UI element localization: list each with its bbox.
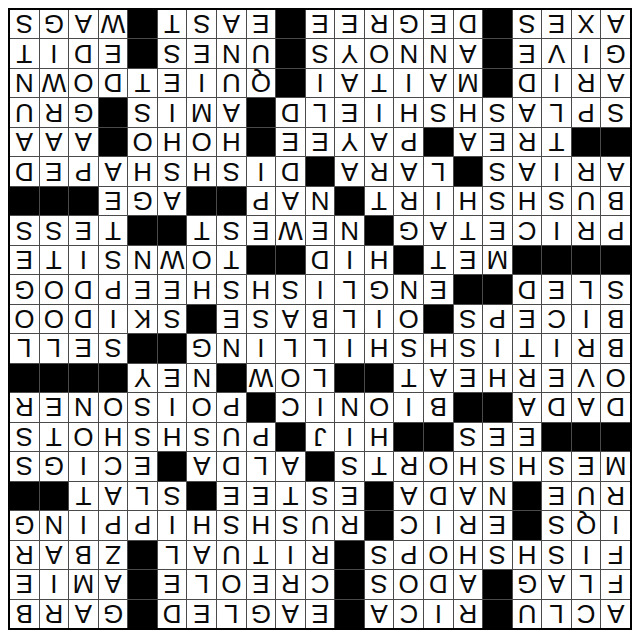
letter-cell: D	[69, 39, 98, 67]
letter-cell: S	[513, 10, 542, 38]
black-square	[483, 69, 512, 97]
letter-cell: E	[513, 423, 542, 451]
letter-cell: I	[40, 39, 69, 67]
black-square	[276, 423, 305, 451]
black-square	[10, 482, 39, 510]
black-square	[394, 423, 423, 451]
letter-cell: A	[187, 452, 216, 480]
letter-cell: R	[40, 98, 69, 126]
letter-cell: A	[572, 393, 601, 421]
letter-cell: W	[158, 246, 187, 274]
letter-cell: I	[542, 216, 571, 244]
letter-cell: S	[10, 10, 39, 38]
letter-cell: N	[217, 334, 246, 362]
letter-cell: P	[99, 511, 128, 539]
letter-cell: S	[276, 275, 305, 303]
letter-cell: D	[99, 69, 128, 97]
letter-cell: B	[601, 305, 630, 333]
letter-cell: S	[247, 305, 276, 333]
letter-cell: N	[306, 187, 335, 215]
letter-cell: T	[542, 128, 571, 156]
letter-cell: T	[365, 187, 394, 215]
letter-cell: H	[424, 334, 453, 362]
letter-cell: E	[306, 216, 335, 244]
letter-cell: E	[542, 482, 571, 510]
black-square	[158, 334, 187, 362]
letter-cell: A	[542, 570, 571, 598]
letter-cell: S	[128, 98, 157, 126]
letter-cell: S	[365, 541, 394, 569]
letter-cell: I	[306, 275, 335, 303]
letter-cell: N	[40, 511, 69, 539]
letter-cell: T	[513, 334, 542, 362]
letter-cell: I	[365, 305, 394, 333]
letter-cell: D	[276, 157, 305, 185]
letter-cell: D	[542, 393, 571, 421]
letter-cell: T	[158, 10, 187, 38]
letter-cell: A	[69, 10, 98, 38]
letter-cell: E	[483, 511, 512, 539]
letter-cell: S	[158, 305, 187, 333]
letter-cell: Y	[335, 39, 364, 67]
letter-cell: H	[187, 157, 216, 185]
black-square	[513, 482, 542, 510]
letter-cell: I	[424, 187, 453, 215]
letter-cell: I	[69, 511, 98, 539]
black-square	[128, 39, 157, 67]
letter-cell: X	[572, 10, 601, 38]
letter-cell: D	[424, 570, 453, 598]
letter-cell: A	[10, 128, 39, 156]
black-square	[335, 187, 364, 215]
letter-cell: H	[247, 275, 276, 303]
letter-cell: E	[513, 39, 542, 67]
letter-cell: L	[542, 98, 571, 126]
letter-cell: I	[187, 69, 216, 97]
letter-cell: C	[394, 511, 423, 539]
black-square	[335, 364, 364, 392]
black-square	[572, 423, 601, 451]
letter-cell: A	[99, 482, 128, 510]
black-square	[335, 570, 364, 598]
letter-cell: E	[483, 128, 512, 156]
black-square	[542, 246, 571, 274]
letter-cell: H	[483, 364, 512, 392]
letter-cell: G	[394, 10, 423, 38]
letter-cell: R	[513, 128, 542, 156]
letter-cell: I	[424, 511, 453, 539]
black-square	[424, 423, 453, 451]
black-square	[454, 157, 483, 185]
letter-cell: E	[187, 39, 216, 67]
letter-cell: N	[187, 364, 216, 392]
letter-cell: M	[69, 570, 98, 598]
letter-cell: C	[572, 600, 601, 628]
letter-cell: E	[99, 39, 128, 67]
letter-cell: P	[69, 157, 98, 185]
letter-cell: S	[542, 452, 571, 480]
letter-cell: E	[158, 275, 187, 303]
black-square	[276, 39, 305, 67]
letter-cell: S	[128, 393, 157, 421]
black-square	[483, 275, 512, 303]
letter-cell: A	[158, 187, 187, 215]
letter-cell: A	[454, 482, 483, 510]
letter-cell: I	[572, 541, 601, 569]
letter-cell: E	[10, 570, 39, 598]
black-square	[128, 600, 157, 628]
letter-cell: L	[335, 275, 364, 303]
letter-cell: L	[247, 452, 276, 480]
letter-cell: U	[217, 69, 246, 97]
letter-cell: L	[306, 364, 335, 392]
letter-cell: A	[69, 600, 98, 628]
letter-cell: U	[247, 39, 276, 67]
black-square	[542, 423, 571, 451]
letter-cell: S	[542, 541, 571, 569]
letter-cell: E	[158, 69, 187, 97]
letter-cell: D	[601, 393, 630, 421]
letter-cell: H	[158, 423, 187, 451]
letter-cell: G	[40, 452, 69, 480]
black-square	[454, 393, 483, 421]
letter-cell: N	[394, 39, 423, 67]
letter-cell: A	[424, 216, 453, 244]
letter-cell: S	[158, 482, 187, 510]
letter-cell: T	[454, 216, 483, 244]
letter-cell: H	[454, 98, 483, 126]
letter-cell: L	[542, 600, 571, 628]
letter-cell: E	[217, 305, 246, 333]
letter-cell: G	[99, 600, 128, 628]
letter-cell: D	[158, 600, 187, 628]
letter-cell: C	[394, 600, 423, 628]
letter-cell: E	[99, 187, 128, 215]
letter-cell: R	[10, 393, 39, 421]
letter-cell: E	[158, 364, 187, 392]
letter-cell: A	[454, 39, 483, 67]
letter-cell: E	[247, 482, 276, 510]
letter-cell: L	[306, 98, 335, 126]
letter-cell: E	[40, 157, 69, 185]
letter-cell: E	[128, 452, 157, 480]
letter-cell: L	[424, 157, 453, 185]
black-square	[40, 364, 69, 392]
black-square	[513, 246, 542, 274]
letter-cell: A	[40, 541, 69, 569]
black-square	[69, 187, 98, 215]
letter-cell: I	[424, 600, 453, 628]
black-square	[601, 246, 630, 274]
black-square	[276, 246, 305, 274]
letter-cell: O	[69, 423, 98, 451]
letter-cell: I	[247, 334, 276, 362]
letter-cell: P	[128, 511, 157, 539]
letter-cell: E	[247, 570, 276, 598]
letter-cell: E	[128, 275, 157, 303]
black-square	[424, 305, 453, 333]
letter-cell: D	[69, 275, 98, 303]
letter-cell: H	[394, 98, 423, 126]
letter-cell: R	[454, 600, 483, 628]
black-square	[128, 570, 157, 598]
black-square	[247, 393, 276, 421]
letter-cell: E	[158, 570, 187, 598]
letter-cell: R	[572, 216, 601, 244]
black-square	[483, 10, 512, 38]
letter-cell: J	[306, 423, 335, 451]
letter-cell: G	[128, 187, 157, 215]
letter-cell: R	[40, 600, 69, 628]
letter-cell: T	[10, 39, 39, 67]
letter-cell: R	[306, 541, 335, 569]
letter-cell: E	[247, 10, 276, 38]
letter-cell: A	[601, 157, 630, 185]
letter-cell: P	[247, 187, 276, 215]
letter-cell: S	[10, 216, 39, 244]
letter-cell: S	[276, 511, 305, 539]
letter-cell: A	[513, 393, 542, 421]
letter-cell: O	[365, 393, 394, 421]
letter-cell: A	[217, 98, 246, 126]
letter-cell: I	[601, 511, 630, 539]
letter-cell: A	[217, 10, 246, 38]
letter-cell: N	[217, 39, 246, 67]
letter-cell: G	[187, 334, 216, 362]
letter-cell: M	[483, 246, 512, 274]
letter-cell: O	[69, 69, 98, 97]
letter-cell: E	[217, 482, 246, 510]
letter-cell: O	[40, 275, 69, 303]
letter-cell: B	[601, 187, 630, 215]
letter-cell: R	[601, 482, 630, 510]
black-square	[128, 334, 157, 362]
letter-cell: B	[424, 393, 453, 421]
black-square	[99, 98, 128, 126]
black-square	[335, 600, 364, 628]
letter-cell: Q	[572, 511, 601, 539]
letter-cell: O	[10, 305, 39, 333]
letter-cell: S	[306, 39, 335, 67]
letter-cell: R	[572, 334, 601, 362]
letter-cell: G	[365, 275, 394, 303]
letter-cell: E	[572, 452, 601, 480]
letter-cell: I	[158, 393, 187, 421]
black-square	[483, 600, 512, 628]
black-square	[40, 187, 69, 215]
letter-cell: E	[454, 246, 483, 274]
letter-cell: U	[10, 98, 39, 126]
letter-cell: S	[483, 452, 512, 480]
letter-cell: H	[454, 452, 483, 480]
black-square	[40, 482, 69, 510]
letter-cell: W	[40, 69, 69, 97]
black-square	[306, 452, 335, 480]
letter-cell: Z	[99, 541, 128, 569]
letter-cell: E	[483, 216, 512, 244]
letter-cell: A	[454, 570, 483, 598]
letter-cell: B	[10, 600, 39, 628]
letter-cell: A	[335, 69, 364, 97]
letter-cell: O	[424, 452, 453, 480]
letter-cell: T	[69, 482, 98, 510]
letter-cell: A	[601, 69, 630, 97]
letter-cell: A	[40, 128, 69, 156]
letter-cell: H	[247, 511, 276, 539]
letter-cell: G	[394, 216, 423, 244]
letter-cell: T	[365, 452, 394, 480]
letter-cell: O	[424, 541, 453, 569]
letter-cell: S	[542, 187, 571, 215]
letter-cell: W	[276, 216, 305, 244]
letter-cell: S	[424, 98, 453, 126]
letter-cell: N	[128, 246, 157, 274]
black-square	[483, 393, 512, 421]
letter-cell: O	[128, 128, 157, 156]
letter-cell: R	[572, 69, 601, 97]
letter-cell: N	[10, 69, 39, 97]
letter-cell: O	[276, 364, 305, 392]
letter-cell: H	[187, 511, 216, 539]
letter-cell: M	[187, 98, 216, 126]
letter-cell: A	[513, 98, 542, 126]
letter-cell: A	[365, 128, 394, 156]
letter-cell: A	[394, 157, 423, 185]
letter-cell: R	[513, 364, 542, 392]
black-square	[572, 246, 601, 274]
letter-cell: L	[40, 334, 69, 362]
black-square	[247, 98, 276, 126]
letter-cell: N	[424, 39, 453, 67]
letter-cell: G	[513, 570, 542, 598]
black-square	[247, 246, 276, 274]
letter-cell: E	[483, 423, 512, 451]
letter-cell: L	[10, 334, 39, 362]
letter-cell: O	[187, 128, 216, 156]
letter-cell: C	[306, 570, 335, 598]
letter-cell: H	[454, 187, 483, 215]
letter-cell: A	[365, 600, 394, 628]
letter-cell: L	[217, 600, 246, 628]
letter-cell: N	[394, 275, 423, 303]
letter-cell: U	[306, 511, 335, 539]
letter-cell: A	[394, 482, 423, 510]
letter-cell: E	[513, 305, 542, 333]
letter-cell: M	[601, 452, 630, 480]
letter-cell: T	[99, 216, 128, 244]
letter-cell: S	[454, 305, 483, 333]
letter-cell: S	[217, 275, 246, 303]
letter-cell: I	[542, 157, 571, 185]
letter-cell: D	[513, 275, 542, 303]
letter-cell: D	[513, 69, 542, 97]
letter-cell: H	[513, 452, 542, 480]
letter-cell: R	[394, 187, 423, 215]
letter-cell: H	[99, 423, 128, 451]
letter-cell: Y	[335, 128, 364, 156]
letter-cell: S	[217, 216, 246, 244]
letter-cell: S	[10, 423, 39, 451]
letter-cell: I	[335, 423, 364, 451]
letter-cell: O	[365, 39, 394, 67]
letter-cell: I	[40, 570, 69, 598]
letter-cell: E	[335, 98, 364, 126]
letter-cell: S	[217, 511, 246, 539]
letter-cell: A	[99, 570, 128, 598]
letter-cell: I	[276, 541, 305, 569]
letter-cell: V	[572, 364, 601, 392]
letter-cell: I	[69, 452, 98, 480]
black-square	[276, 69, 305, 97]
letter-cell: U	[572, 482, 601, 510]
letter-cell: R	[335, 511, 364, 539]
black-square	[158, 216, 187, 244]
letter-cell: E	[187, 600, 216, 628]
letter-cell: K	[128, 305, 157, 333]
letter-cell: R	[454, 511, 483, 539]
letter-cell: F	[601, 541, 630, 569]
black-square	[424, 128, 453, 156]
black-square	[365, 216, 394, 244]
black-square	[365, 511, 394, 539]
letter-cell: I	[99, 305, 128, 333]
letter-cell: O	[40, 305, 69, 333]
letter-cell: B	[306, 305, 335, 333]
letter-cell: Y	[128, 364, 157, 392]
letter-cell: H	[158, 128, 187, 156]
letter-cell: P	[247, 423, 276, 451]
letter-cell: I	[542, 334, 571, 362]
letter-cell: S	[10, 452, 39, 480]
letter-cell: I	[365, 98, 394, 126]
letter-cell: E	[276, 128, 305, 156]
letter-cell: P	[483, 305, 512, 333]
black-square	[99, 128, 128, 156]
black-square	[69, 364, 98, 392]
letter-cell: L	[306, 334, 335, 362]
page-background: ACLURICAEAGLEDGARBFLAGADOSCREOLEAMIEFISH…	[0, 0, 640, 634]
letter-cell: S	[158, 39, 187, 67]
letter-cell: A	[69, 128, 98, 156]
letter-cell: E	[542, 364, 571, 392]
letter-cell: S	[601, 98, 630, 126]
letter-cell: A	[424, 69, 453, 97]
black-square	[217, 364, 246, 392]
letter-cell: G	[247, 600, 276, 628]
letter-cell: E	[40, 393, 69, 421]
letter-cell: P	[572, 98, 601, 126]
letter-cell: E	[424, 275, 453, 303]
letter-cell: E	[10, 246, 39, 274]
letter-cell: I	[306, 393, 335, 421]
letter-cell: A	[276, 452, 305, 480]
letter-cell: S	[187, 423, 216, 451]
letter-cell: S	[454, 334, 483, 362]
black-square	[365, 364, 394, 392]
letter-cell: P	[394, 541, 423, 569]
letter-cell: F	[601, 570, 630, 598]
letter-cell: N	[69, 393, 98, 421]
letter-cell: L	[158, 541, 187, 569]
letter-cell: I	[572, 305, 601, 333]
letter-cell: I	[483, 334, 512, 362]
letter-cell: H	[365, 246, 394, 274]
letter-cell: R	[394, 452, 423, 480]
letter-cell: P	[601, 216, 630, 244]
black-square	[10, 364, 39, 392]
letter-cell: D	[306, 246, 335, 274]
letter-cell: E	[69, 216, 98, 244]
